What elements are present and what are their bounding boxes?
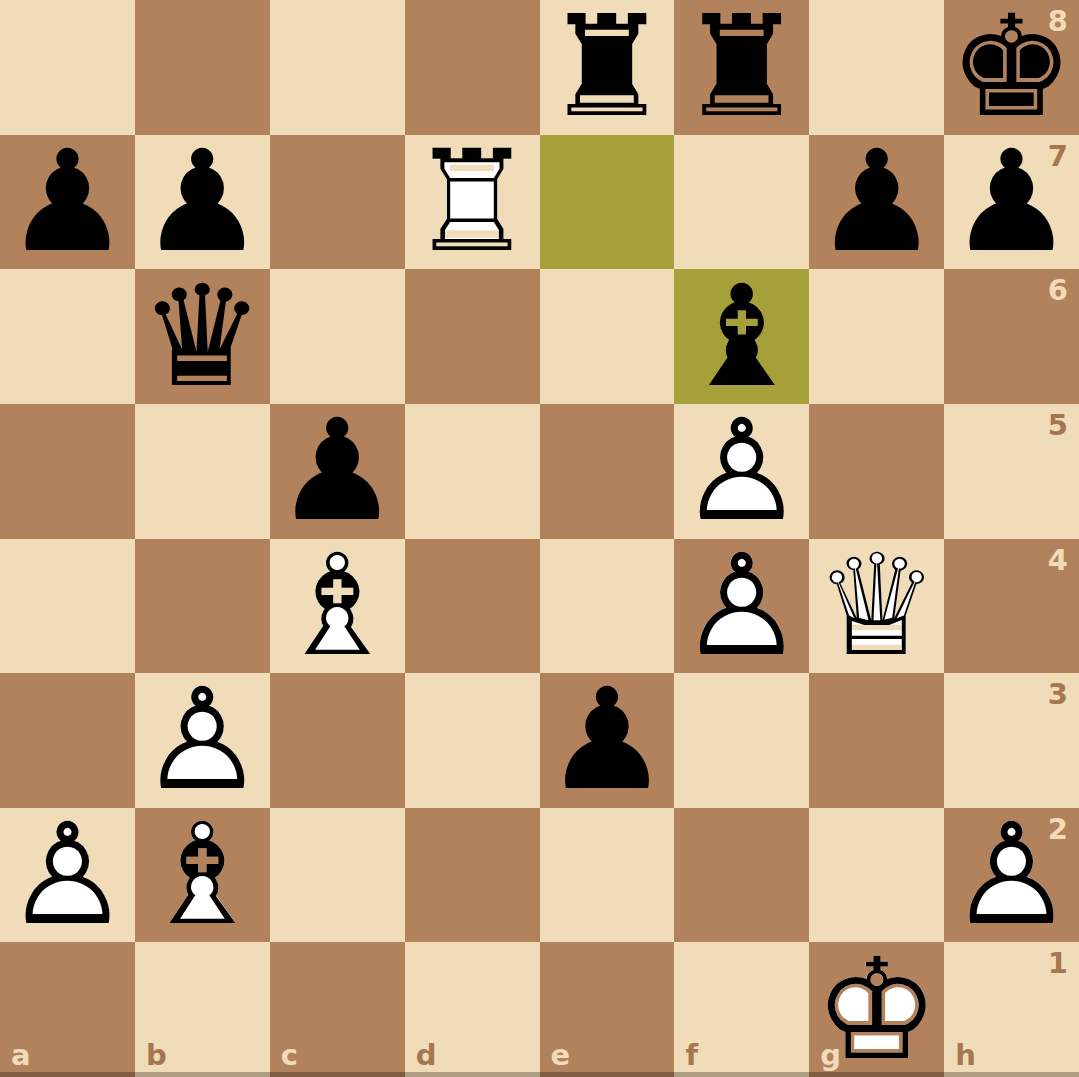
coord-file-d: d xyxy=(416,1041,437,1070)
white-pawn-outline-icon: ♙ xyxy=(674,539,809,674)
black-bishop[interactable]: ♝ xyxy=(674,269,809,404)
square-e1[interactable]: e xyxy=(540,942,675,1077)
coord-file-f: f xyxy=(685,1041,698,1070)
black-pawn-icon: ♟ xyxy=(944,135,1079,270)
black-pawn[interactable]: ♟ xyxy=(809,135,944,270)
coord-file-e: e xyxy=(551,1041,571,1070)
coord-file-b: b xyxy=(146,1041,167,1070)
square-c8[interactable] xyxy=(270,0,405,135)
white-king[interactable]: ♚♔ xyxy=(809,942,944,1077)
square-g1[interactable]: g♚♔ xyxy=(809,942,944,1077)
square-f4[interactable]: ♟♙ xyxy=(674,539,809,674)
square-d6[interactable] xyxy=(405,269,540,404)
white-rook-outline-icon: ♖ xyxy=(405,135,540,270)
white-bishop[interactable]: ♝♗ xyxy=(270,539,405,674)
square-c4[interactable]: ♝♗ xyxy=(270,539,405,674)
square-a2[interactable]: ♟♙ xyxy=(0,808,135,943)
coord-rank-1: 1 xyxy=(1048,949,1068,978)
square-a5[interactable] xyxy=(0,404,135,539)
square-f3[interactable] xyxy=(674,673,809,808)
black-pawn[interactable]: ♟ xyxy=(944,135,1079,270)
black-pawn-icon: ♟ xyxy=(270,404,405,539)
square-d7[interactable]: ♜♖ xyxy=(405,135,540,270)
white-king-outline-icon: ♔ xyxy=(809,942,944,1077)
square-d2[interactable] xyxy=(405,808,540,943)
black-queen[interactable]: ♛ xyxy=(135,269,270,404)
white-pawn[interactable]: ♟♙ xyxy=(135,673,270,808)
square-c2[interactable] xyxy=(270,808,405,943)
black-rook-icon: ♜ xyxy=(540,0,675,135)
square-d5[interactable] xyxy=(405,404,540,539)
white-pawn[interactable]: ♟♙ xyxy=(944,808,1079,943)
white-bishop-outline-icon: ♗ xyxy=(270,539,405,674)
black-queen-icon: ♛ xyxy=(135,269,270,404)
square-e5[interactable] xyxy=(540,404,675,539)
coord-rank-6: 6 xyxy=(1048,276,1068,305)
square-b5[interactable] xyxy=(135,404,270,539)
white-pawn[interactable]: ♟♙ xyxy=(674,404,809,539)
coord-rank-5: 5 xyxy=(1048,411,1068,440)
square-e2[interactable] xyxy=(540,808,675,943)
black-pawn-icon: ♟ xyxy=(0,135,135,270)
square-g8[interactable] xyxy=(809,0,944,135)
black-pawn-icon: ♟ xyxy=(135,135,270,270)
square-a8[interactable] xyxy=(0,0,135,135)
square-a4[interactable] xyxy=(0,539,135,674)
square-g7[interactable]: ♟ xyxy=(809,135,944,270)
square-b4[interactable] xyxy=(135,539,270,674)
white-queen[interactable]: ♛♕ xyxy=(809,539,944,674)
square-b1[interactable]: b xyxy=(135,942,270,1077)
square-b7[interactable]: ♟ xyxy=(135,135,270,270)
square-e7[interactable] xyxy=(540,135,675,270)
square-a3[interactable] xyxy=(0,673,135,808)
square-c1[interactable]: c xyxy=(270,942,405,1077)
chess-board: ♜♜8♚♟♟♜♖♟7♟♛♝6♟♟♙5♝♗♟♙♛♕4♟♙♟3♟♙♝♗2♟♙abcd… xyxy=(0,0,1079,1077)
square-b3[interactable]: ♟♙ xyxy=(135,673,270,808)
white-pawn[interactable]: ♟♙ xyxy=(674,539,809,674)
black-pawn[interactable]: ♟ xyxy=(135,135,270,270)
square-c7[interactable] xyxy=(270,135,405,270)
white-rook[interactable]: ♜♖ xyxy=(405,135,540,270)
square-g2[interactable] xyxy=(809,808,944,943)
square-e6[interactable] xyxy=(540,269,675,404)
black-rook-icon: ♜ xyxy=(674,0,809,135)
square-h1[interactable]: 1h xyxy=(944,942,1079,1077)
white-bishop-outline-icon: ♗ xyxy=(135,808,270,943)
black-pawn-icon: ♟ xyxy=(809,135,944,270)
square-h7[interactable]: 7♟ xyxy=(944,135,1079,270)
coord-file-h: h xyxy=(955,1041,976,1070)
coord-file-a: a xyxy=(11,1041,31,1070)
square-h3[interactable]: 3 xyxy=(944,673,1079,808)
square-g4[interactable]: ♛♕ xyxy=(809,539,944,674)
square-d8[interactable] xyxy=(405,0,540,135)
square-f6[interactable]: ♝ xyxy=(674,269,809,404)
square-c5[interactable]: ♟ xyxy=(270,404,405,539)
square-d1[interactable]: d xyxy=(405,942,540,1077)
square-h8[interactable]: 8♚ xyxy=(944,0,1079,135)
white-pawn-outline-icon: ♙ xyxy=(135,673,270,808)
square-a7[interactable]: ♟ xyxy=(0,135,135,270)
coord-file-c: c xyxy=(281,1041,298,1070)
coord-rank-3: 3 xyxy=(1048,680,1068,709)
coord-rank-4: 4 xyxy=(1048,546,1068,575)
square-f1[interactable]: f xyxy=(674,942,809,1077)
square-b2[interactable]: ♝♗ xyxy=(135,808,270,943)
square-d3[interactable] xyxy=(405,673,540,808)
white-pawn-outline-icon: ♙ xyxy=(0,808,135,943)
black-rook[interactable]: ♜ xyxy=(674,0,809,135)
square-d4[interactable] xyxy=(405,539,540,674)
square-f7[interactable] xyxy=(674,135,809,270)
black-king-icon: ♚ xyxy=(944,0,1079,135)
square-h2[interactable]: 2♟♙ xyxy=(944,808,1079,943)
black-pawn[interactable]: ♟ xyxy=(270,404,405,539)
white-pawn-outline-icon: ♙ xyxy=(674,404,809,539)
square-c6[interactable] xyxy=(270,269,405,404)
square-a6[interactable] xyxy=(0,269,135,404)
black-pawn[interactable]: ♟ xyxy=(0,135,135,270)
black-pawn-icon: ♟ xyxy=(540,673,675,808)
black-pawn[interactable]: ♟ xyxy=(540,673,675,808)
square-h5[interactable]: 5 xyxy=(944,404,1079,539)
white-bishop[interactable]: ♝♗ xyxy=(135,808,270,943)
square-c3[interactable] xyxy=(270,673,405,808)
square-g3[interactable] xyxy=(809,673,944,808)
square-f8[interactable]: ♜ xyxy=(674,0,809,135)
black-king[interactable]: ♚ xyxy=(944,0,1079,135)
square-h4[interactable]: 4 xyxy=(944,539,1079,674)
square-f5[interactable]: ♟♙ xyxy=(674,404,809,539)
square-a1[interactable]: a xyxy=(0,942,135,1077)
square-b8[interactable] xyxy=(135,0,270,135)
square-g5[interactable] xyxy=(809,404,944,539)
square-e4[interactable] xyxy=(540,539,675,674)
white-pawn-outline-icon: ♙ xyxy=(944,808,1079,943)
square-e3[interactable]: ♟ xyxy=(540,673,675,808)
black-bishop-icon: ♝ xyxy=(674,269,809,404)
square-h6[interactable]: 6 xyxy=(944,269,1079,404)
square-b6[interactable]: ♛ xyxy=(135,269,270,404)
white-queen-outline-icon: ♕ xyxy=(809,539,944,674)
square-g6[interactable] xyxy=(809,269,944,404)
square-e8[interactable]: ♜ xyxy=(540,0,675,135)
black-rook[interactable]: ♜ xyxy=(540,0,675,135)
white-pawn[interactable]: ♟♙ xyxy=(0,808,135,943)
square-f2[interactable] xyxy=(674,808,809,943)
